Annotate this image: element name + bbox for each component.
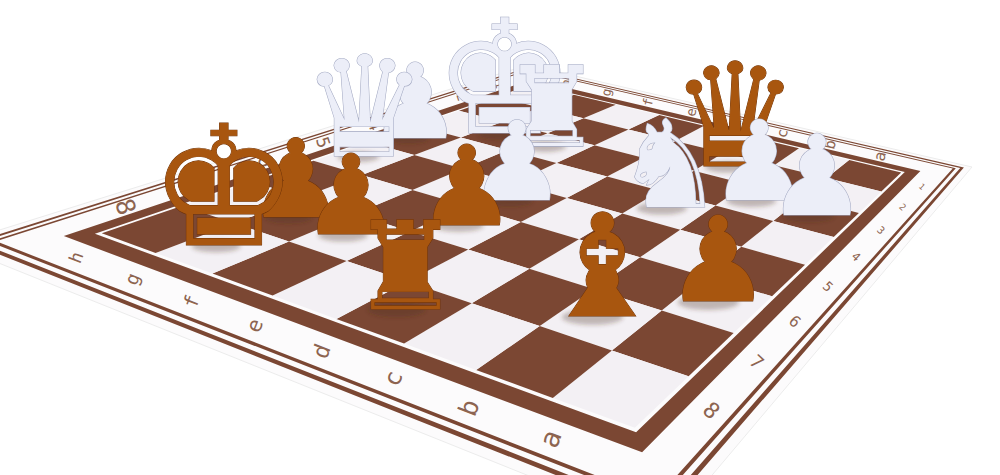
board-svg: aabbccddeeffgghh1122334455667788♚♟♜♛♛♟♟♞… bbox=[0, 0, 1000, 475]
chessboard-photo: aabbccddeeffgghh1122334455667788♚♟♜♛♛♟♟♞… bbox=[0, 0, 1000, 475]
piece-amber-king-g8[interactable]: ♚ bbox=[149, 90, 299, 284]
piece-amber-pawn-a6[interactable]: ♟ bbox=[665, 191, 771, 329]
piece-amber-rook-d8[interactable]: ♜ bbox=[351, 196, 460, 338]
piece-amber-bishop-b7[interactable]: ♝ bbox=[538, 183, 666, 350]
piece-clear-pawn-a3[interactable]: ♟ bbox=[767, 111, 867, 241]
